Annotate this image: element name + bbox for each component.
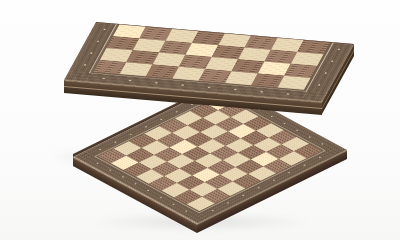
- coord-file-f: [234, 89, 237, 90]
- coord-rank-1: [83, 64, 86, 65]
- coord-file-f: [296, 130, 298, 131]
- coord-rank-2: [114, 141, 116, 142]
- coord-file-b: [128, 80, 131, 81]
- coord-rank-2: [324, 72, 327, 73]
- coord-rank-7: [303, 164, 305, 165]
- coord-rank-4: [103, 29, 106, 30]
- coord-rank-5: [273, 180, 275, 181]
- product-photo-stage: [0, 0, 400, 240]
- coord-rank-1: [212, 210, 214, 211]
- coord-file-a: [102, 78, 105, 79]
- coord-file-h: [321, 143, 323, 144]
- coord-file-c: [122, 176, 124, 177]
- coord-file-c: [155, 82, 158, 83]
- coord-rank-6: [175, 111, 177, 112]
- coord-rank-3: [242, 195, 244, 196]
- coord-file-b: [109, 169, 111, 170]
- coord-file-d: [181, 84, 184, 85]
- coord-rank-4: [257, 187, 259, 188]
- coord-file-d: [271, 116, 273, 117]
- square: [278, 76, 311, 90]
- coord-file-d: [134, 183, 136, 184]
- coord-rank-1: [99, 149, 101, 150]
- coord-file-h: [185, 210, 187, 211]
- coord-rank-3: [331, 61, 334, 62]
- coord-rank-5: [160, 119, 162, 120]
- coord-rank-1: [318, 84, 321, 85]
- coord-file-e: [207, 87, 210, 88]
- coord-file-g: [172, 204, 174, 205]
- coord-file-g: [309, 136, 311, 137]
- coord-file-h: [286, 93, 289, 94]
- coord-file-g: [260, 91, 263, 92]
- coord-file-f: [160, 197, 162, 198]
- coord-file-e: [147, 190, 149, 191]
- coord-rank-4: [145, 126, 147, 127]
- coord-rank-2: [90, 52, 93, 53]
- coord-rank-3: [96, 41, 99, 42]
- coord-rank-4: [337, 49, 340, 50]
- coord-rank-2: [227, 202, 229, 203]
- coord-rank-3: [130, 134, 132, 135]
- coord-file-e: [283, 123, 285, 124]
- coord-rank-6: [288, 172, 290, 173]
- coord-file-a: [96, 163, 98, 164]
- coord-rank-8: [319, 157, 321, 158]
